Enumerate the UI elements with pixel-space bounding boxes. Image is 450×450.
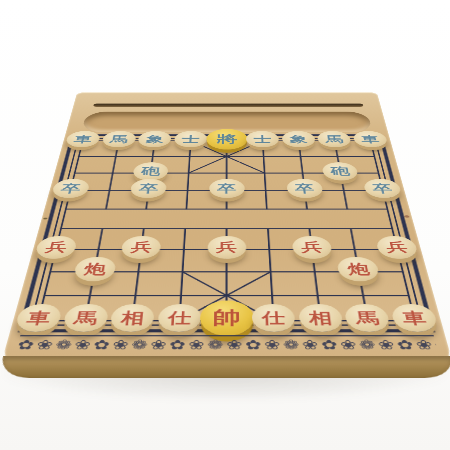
piece-glyph: 仕 <box>167 310 191 325</box>
piece-glyph: 兵 <box>385 241 409 253</box>
board-top-groove <box>93 103 363 106</box>
piece-glyph: 卒 <box>371 183 393 193</box>
piece-glyph: 車 <box>25 310 52 325</box>
piece-glyph: 將 <box>216 134 237 145</box>
piece-blue-horse[interactable]: 馬 <box>101 131 137 147</box>
piece-blue-elephant[interactable]: 象 <box>137 131 172 147</box>
piece-glyph: 馬 <box>73 310 99 325</box>
piece-glyph: 兵 <box>300 241 323 253</box>
piece-glyph: 馬 <box>325 135 344 144</box>
piece-red-general[interactable]: 帥 <box>199 301 254 336</box>
piece-glyph: 車 <box>360 135 380 144</box>
piece-blue-general[interactable]: 將 <box>206 129 248 150</box>
piece-glyph: 士 <box>182 135 200 144</box>
board-grid: 車馬象士將士象馬車砲砲卒卒卒卒卒兵兵兵兵兵炮炮車馬相仕帥仕相馬車 <box>38 141 416 321</box>
piece-glyph: 相 <box>308 310 333 325</box>
piece-red-cannon[interactable]: 炮 <box>336 257 380 281</box>
piece-glyph: 卒 <box>138 183 159 193</box>
piece-blue-soldier[interactable]: 卒 <box>209 179 245 198</box>
piece-blue-cannon[interactable]: 砲 <box>132 162 169 180</box>
piece-glyph: 車 <box>73 135 93 144</box>
piece-glyph: 車 <box>401 310 428 325</box>
piece-red-cannon[interactable]: 炮 <box>72 257 116 281</box>
piece-glyph: 卒 <box>60 183 82 193</box>
piece-glyph: 馬 <box>354 310 380 325</box>
piece-blue-chariot[interactable]: 車 <box>65 131 102 147</box>
piece-glyph: 仕 <box>262 310 286 325</box>
piece-blue-advisor[interactable]: 士 <box>174 131 208 147</box>
decorative-scroll-border: ✿❀❁❀✿❀❁❀✿❀❁❀✿❀❁❀✿❀❁❀✿❀❁❀✿❀❁❀✿❀❁❀✿❀❁❀✿❀❁❀… <box>15 335 438 354</box>
piece-glyph: 兵 <box>44 241 68 253</box>
board-front-bevel <box>0 356 450 378</box>
piece-glyph: 象 <box>145 135 164 144</box>
piece-glyph: 兵 <box>130 241 153 253</box>
piece-glyph: 士 <box>253 135 271 144</box>
piece-glyph: 兵 <box>216 241 237 253</box>
pieces-layer: 車馬象士將士象馬車砲砲卒卒卒卒卒兵兵兵兵兵炮炮車馬相仕帥仕相馬車 <box>38 141 416 321</box>
piece-glyph: 砲 <box>141 166 161 176</box>
piece-blue-soldier[interactable]: 卒 <box>286 179 324 198</box>
piece-glyph: 炮 <box>83 263 107 276</box>
piece-glyph: 象 <box>289 135 308 144</box>
piece-red-soldier[interactable]: 兵 <box>291 236 332 259</box>
piece-glyph: 卒 <box>217 183 236 193</box>
piece-glyph: 帥 <box>212 309 240 327</box>
photo-background: 車馬象士將士象馬車砲砲卒卒卒卒卒兵兵兵兵兵炮炮車馬相仕帥仕相馬車 ✿❀❁❀✿❀❁… <box>0 0 450 450</box>
piece-glyph: 馬 <box>109 135 128 144</box>
piece-blue-advisor[interactable]: 士 <box>246 131 280 147</box>
piece-glyph: 卒 <box>294 183 315 193</box>
board-edge-mark-right <box>404 215 409 217</box>
piece-red-soldier[interactable]: 兵 <box>207 236 246 259</box>
piece-red-soldier[interactable]: 兵 <box>120 236 162 259</box>
piece-glyph: 砲 <box>330 166 351 176</box>
piece-blue-cannon[interactable]: 砲 <box>322 162 360 180</box>
piece-blue-soldier[interactable]: 卒 <box>130 179 168 198</box>
piece-blue-elephant[interactable]: 象 <box>281 131 316 147</box>
xiangqi-board: 車馬象士將士象馬車砲砲卒卒卒卒卒兵兵兵兵兵炮炮車馬相仕帥仕相馬車 ✿❀❁❀✿❀❁… <box>0 92 450 378</box>
piece-glyph: 炮 <box>346 263 370 276</box>
piece-glyph: 相 <box>120 310 145 325</box>
